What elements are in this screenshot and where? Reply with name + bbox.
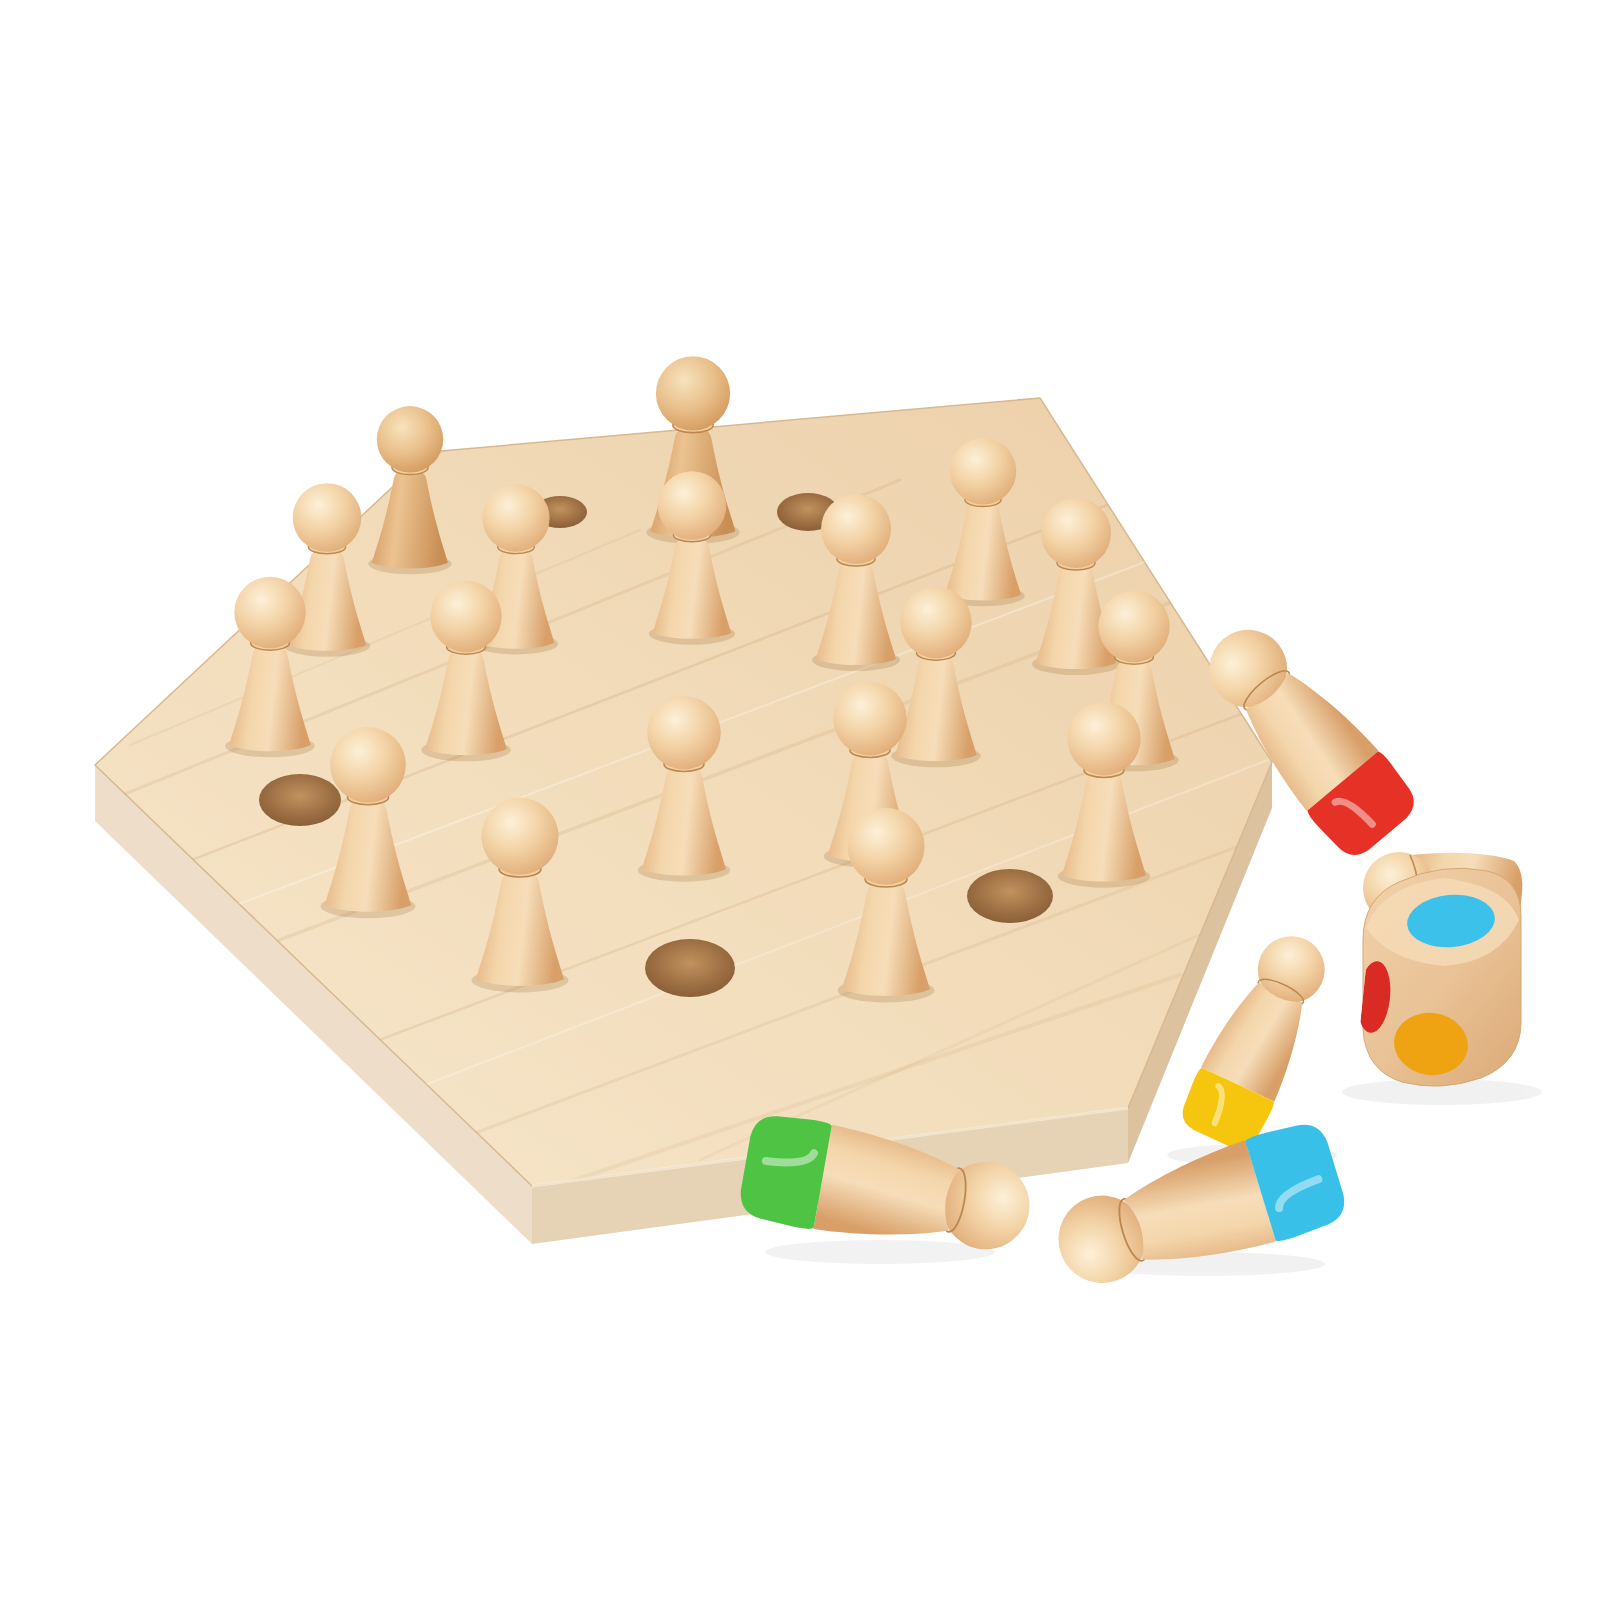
empty-hole-r4c1[interactable] bbox=[259, 774, 341, 826]
color-die[interactable] bbox=[1354, 868, 1521, 1086]
memory-chess-scene bbox=[0, 0, 1600, 1600]
empty-hole-r4c4[interactable] bbox=[967, 869, 1053, 923]
empty-hole-r5c2[interactable] bbox=[645, 939, 735, 997]
photo-canvas bbox=[0, 0, 1600, 1600]
